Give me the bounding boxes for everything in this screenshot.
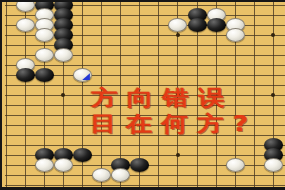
grid-line-horizontal xyxy=(5,45,285,46)
white-stone xyxy=(54,158,73,172)
star-point xyxy=(271,33,275,37)
black-stone xyxy=(73,148,92,162)
white-stone xyxy=(35,28,54,42)
white-stone xyxy=(111,168,130,182)
grid-line-horizontal xyxy=(5,65,285,66)
grid-line-horizontal xyxy=(5,175,285,176)
star-point xyxy=(176,33,180,37)
white-stone xyxy=(54,48,73,62)
black-stone xyxy=(188,18,207,32)
caption-line-1: 方向错误 xyxy=(91,87,234,108)
white-stone xyxy=(168,18,187,32)
white-stone xyxy=(73,68,92,82)
white-stone xyxy=(226,28,245,42)
star-point xyxy=(271,93,275,97)
white-stone xyxy=(35,158,54,172)
black-stone xyxy=(207,18,226,32)
white-stone xyxy=(35,48,54,62)
last-move-marker xyxy=(82,73,90,80)
caption-line-2: 目在何方? xyxy=(90,113,257,134)
black-stone xyxy=(130,158,149,172)
grid-line-horizontal xyxy=(5,145,285,146)
white-stone xyxy=(92,168,111,182)
white-stone xyxy=(264,158,283,172)
white-stone xyxy=(16,18,35,32)
black-stone xyxy=(35,68,54,82)
grid-line-vertical xyxy=(6,0,7,187)
go-board[interactable]: 方向错误 目在何方? xyxy=(0,0,285,190)
frame-edge-left xyxy=(0,0,2,190)
grid-line-vertical xyxy=(254,0,255,187)
frame-edge-bottom xyxy=(0,187,285,190)
grid-line-horizontal xyxy=(5,185,285,186)
star-point xyxy=(61,93,65,97)
white-stone xyxy=(226,158,245,172)
frame-edge-top xyxy=(0,0,285,2)
star-point xyxy=(176,153,180,157)
black-stone xyxy=(16,68,35,82)
